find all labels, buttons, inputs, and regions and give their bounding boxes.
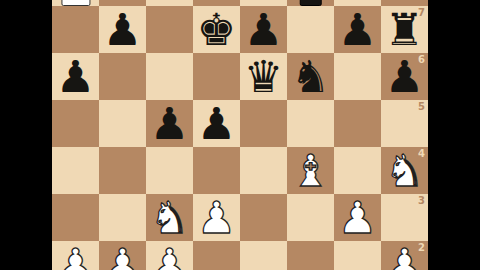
piece-white-pawn[interactable]: ♟ — [56, 243, 95, 270]
square-b5[interactable] — [99, 100, 146, 147]
piece-black-king[interactable]: ♚ — [197, 8, 236, 52]
rank-label-4: 4 — [418, 149, 425, 159]
square-b3[interactable] — [99, 194, 146, 241]
square-b6[interactable] — [99, 53, 146, 100]
square-a6[interactable]: ♟ — [52, 53, 99, 100]
square-a7[interactable] — [52, 6, 99, 53]
square-e6[interactable]: ♛ — [240, 53, 287, 100]
square-a4[interactable] — [52, 147, 99, 194]
square-f7[interactable] — [287, 6, 334, 53]
square-g2[interactable] — [334, 241, 381, 270]
square-h2[interactable]: 2♟ — [381, 241, 428, 270]
square-g7[interactable]: ♟ — [334, 6, 381, 53]
square-c3[interactable]: ♞ — [146, 194, 193, 241]
piece-white-knight[interactable]: ♞ — [150, 196, 189, 240]
piece-black-queen[interactable]: ♛ — [244, 55, 283, 99]
piece-black-knight[interactable]: ♞ — [291, 55, 330, 99]
square-g4[interactable] — [334, 147, 381, 194]
chess-board: 8♟♚♟♟7♜♟♛♞6♟♟♟5♝4♞♞♟♟3♟♟♟2♟ — [52, 0, 428, 270]
piece-black-pawn[interactable]: ♟ — [338, 8, 377, 52]
rank-label-3: 3 — [418, 196, 425, 206]
piece-white-pawn[interactable]: ♟ — [338, 196, 377, 240]
app-viewport: 8♟♚♟♟7♜♟♛♞6♟♟♟5♝4♞♞♟♟3♟♟♟2♟ — [0, 0, 480, 270]
square-a5[interactable] — [52, 100, 99, 147]
square-g6[interactable] — [334, 53, 381, 100]
square-f3[interactable] — [287, 194, 334, 241]
piece-white-pawn[interactable]: ♟ — [197, 196, 236, 240]
rank-label-7: 7 — [418, 8, 425, 18]
square-h3[interactable]: 3 — [381, 194, 428, 241]
square-d6[interactable] — [193, 53, 240, 100]
square-e5[interactable] — [240, 100, 287, 147]
piece-black-pawn[interactable]: ♟ — [197, 102, 236, 146]
square-e2[interactable] — [240, 241, 287, 270]
square-c5[interactable]: ♟ — [146, 100, 193, 147]
square-e3[interactable] — [240, 194, 287, 241]
letterbox-left — [0, 0, 52, 270]
piece-black-pawn[interactable]: ♟ — [103, 8, 142, 52]
piece-white-bishop[interactable]: ♝ — [291, 149, 330, 193]
square-f6[interactable]: ♞ — [287, 53, 334, 100]
square-a3[interactable] — [52, 194, 99, 241]
square-a2[interactable]: ♟ — [52, 241, 99, 270]
square-d2[interactable] — [193, 241, 240, 270]
square-e7[interactable]: ♟ — [240, 6, 287, 53]
square-f2[interactable] — [287, 241, 334, 270]
square-f4[interactable]: ♝ — [287, 147, 334, 194]
piece-black-pawn[interactable]: ♟ — [244, 8, 283, 52]
piece-black-pawn[interactable]: ♟ — [56, 55, 95, 99]
rank-label-5: 5 — [418, 102, 425, 112]
square-d3[interactable]: ♟ — [193, 194, 240, 241]
rank-label-6: 6 — [418, 55, 425, 65]
square-b2[interactable]: ♟ — [99, 241, 146, 270]
square-c6[interactable] — [146, 53, 193, 100]
square-b4[interactable] — [99, 147, 146, 194]
letterbox-right — [428, 0, 480, 270]
square-h4[interactable]: 4♞ — [381, 147, 428, 194]
square-c4[interactable] — [146, 147, 193, 194]
square-h7[interactable]: 7♜ — [381, 6, 428, 53]
square-h6[interactable]: 6♟ — [381, 53, 428, 100]
square-d7[interactable]: ♚ — [193, 6, 240, 53]
square-f5[interactable] — [287, 100, 334, 147]
square-c2[interactable]: ♟ — [146, 241, 193, 270]
piece-white-pawn[interactable]: ♟ — [150, 243, 189, 270]
square-g5[interactable] — [334, 100, 381, 147]
piece-black-pawn[interactable]: ♟ — [150, 102, 189, 146]
square-g3[interactable]: ♟ — [334, 194, 381, 241]
piece-white-pawn[interactable]: ♟ — [103, 243, 142, 270]
square-b7[interactable]: ♟ — [99, 6, 146, 53]
square-c7[interactable] — [146, 6, 193, 53]
square-d5[interactable]: ♟ — [193, 100, 240, 147]
square-h5[interactable]: 5 — [381, 100, 428, 147]
square-d4[interactable] — [193, 147, 240, 194]
square-e4[interactable] — [240, 147, 287, 194]
rank-label-2: 2 — [418, 243, 425, 253]
